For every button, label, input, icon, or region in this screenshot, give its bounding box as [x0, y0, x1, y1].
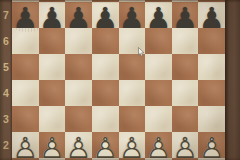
chess-board[interactable]: ♟♟♟♟♟♟♟♟♟♙♟♙♟♙♟♙♟♙♟♙♟♙♟♙ [12, 0, 225, 160]
chess-board-photo: ♟♟♟♟♟♟♟♟♟♙♟♙♟♙♟♙♟♙♟♙♟♙♟♙ 765432 [0, 0, 240, 160]
square-f5[interactable] [145, 54, 172, 80]
square-b5[interactable] [39, 54, 66, 80]
black-pawn[interactable]: ♟ [145, 2, 172, 28]
square-g7[interactable]: ♟ [172, 2, 199, 28]
white-pawn[interactable]: ♟♙ [198, 132, 225, 158]
rank-label-5: 5 [0, 54, 12, 80]
black-pawn[interactable]: ♟ [172, 2, 199, 28]
white-pawn[interactable]: ♟♙ [92, 132, 119, 158]
square-b7[interactable]: ♟ [39, 2, 66, 28]
rank-label-6: 6 [0, 28, 12, 54]
square-a4[interactable] [12, 80, 39, 106]
square-h6[interactable] [198, 28, 225, 54]
square-e3[interactable] [119, 106, 146, 132]
black-pawn[interactable]: ♟ [119, 2, 146, 28]
square-c3[interactable] [65, 106, 92, 132]
white-pawn[interactable]: ♟♙ [65, 132, 92, 158]
square-b2[interactable]: ♟♙ [39, 132, 66, 158]
square-h1[interactable] [198, 158, 225, 160]
square-c2[interactable]: ♟♙ [65, 132, 92, 158]
black-pawn[interactable]: ♟ [198, 2, 225, 28]
square-d3[interactable] [92, 106, 119, 132]
rank-label-4: 4 [0, 80, 12, 106]
square-h2[interactable]: ♟♙ [198, 132, 225, 158]
square-b1[interactable] [39, 158, 66, 160]
square-h5[interactable] [198, 54, 225, 80]
black-pawn[interactable]: ♟ [65, 2, 92, 28]
square-g1[interactable] [172, 158, 199, 160]
square-g2[interactable]: ♟♙ [172, 132, 199, 158]
board-right-border [225, 0, 240, 160]
square-a3[interactable] [12, 106, 39, 132]
square-f1[interactable] [145, 158, 172, 160]
square-f4[interactable] [145, 80, 172, 106]
square-h4[interactable] [198, 80, 225, 106]
square-e4[interactable] [119, 80, 146, 106]
square-g3[interactable] [172, 106, 199, 132]
square-a2[interactable]: ♟♙ [12, 132, 39, 158]
square-a1[interactable] [12, 158, 39, 160]
square-f2[interactable]: ♟♙ [145, 132, 172, 158]
square-d7[interactable]: ♟ [92, 2, 119, 28]
square-c6[interactable] [65, 28, 92, 54]
square-b4[interactable] [39, 80, 66, 106]
white-pawn[interactable]: ♟♙ [12, 132, 39, 158]
square-f6[interactable] [145, 28, 172, 54]
square-h7[interactable]: ♟ [198, 2, 225, 28]
square-g4[interactable] [172, 80, 199, 106]
square-a5[interactable] [12, 54, 39, 80]
white-pawn[interactable]: ♟♙ [39, 132, 66, 158]
square-g6[interactable] [172, 28, 199, 54]
square-d6[interactable] [92, 28, 119, 54]
rank-label-7: 7 [0, 2, 12, 28]
square-f7[interactable]: ♟ [145, 2, 172, 28]
white-pawn[interactable]: ♟♙ [145, 132, 172, 158]
rank-label-2: 2 [0, 132, 12, 158]
square-c5[interactable] [65, 54, 92, 80]
square-d2[interactable]: ♟♙ [92, 132, 119, 158]
square-c4[interactable] [65, 80, 92, 106]
black-pawn[interactable]: ♟ [39, 2, 66, 28]
black-pawn[interactable]: ♟ [12, 2, 39, 28]
square-a7[interactable]: ♟ [12, 2, 39, 28]
mouse-cursor-icon [138, 47, 145, 57]
pencil-smudge [16, 26, 39, 32]
square-b6[interactable] [39, 28, 66, 54]
board-left-border: 765432 [0, 0, 12, 160]
square-c7[interactable]: ♟ [65, 2, 92, 28]
white-pawn[interactable]: ♟♙ [119, 132, 146, 158]
black-pawn[interactable]: ♟ [92, 2, 119, 28]
square-e5[interactable] [119, 54, 146, 80]
square-d5[interactable] [92, 54, 119, 80]
square-c1[interactable] [65, 158, 92, 160]
square-e2[interactable]: ♟♙ [119, 132, 146, 158]
square-f3[interactable] [145, 106, 172, 132]
square-b3[interactable] [39, 106, 66, 132]
square-d1[interactable] [92, 158, 119, 160]
square-h3[interactable] [198, 106, 225, 132]
rank-label-3: 3 [0, 106, 12, 132]
white-pawn[interactable]: ♟♙ [172, 132, 199, 158]
square-e1[interactable] [119, 158, 146, 160]
square-d4[interactable] [92, 80, 119, 106]
square-e7[interactable]: ♟ [119, 2, 146, 28]
square-g5[interactable] [172, 54, 199, 80]
